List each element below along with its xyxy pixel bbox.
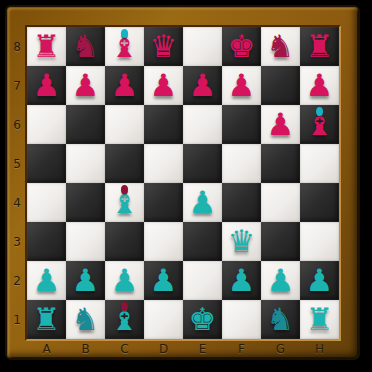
square-e4[interactable]: ♟ xyxy=(183,183,222,222)
file-label-d: D xyxy=(144,340,183,357)
square-a1[interactable]: ♜ xyxy=(27,300,66,339)
square-f2[interactable]: ♟ xyxy=(222,261,261,300)
piece-pink-king[interactable]: ♚ xyxy=(222,27,261,66)
square-e3[interactable] xyxy=(183,222,222,261)
file-labels: ABCDEFGH xyxy=(27,340,339,357)
square-d2[interactable]: ♟ xyxy=(144,261,183,300)
piece-pink-pawn[interactable]: ♟ xyxy=(300,66,339,105)
file-label-a: A xyxy=(27,340,66,357)
piece-cyan-pawn[interactable]: ♟ xyxy=(105,261,144,300)
square-b2[interactable]: ♟ xyxy=(66,261,105,300)
piece-pink-rook[interactable]: ♜ xyxy=(300,27,339,66)
bishop-finial-icon xyxy=(121,185,128,194)
piece-pink-pawn[interactable]: ♟ xyxy=(222,66,261,105)
square-f6[interactable] xyxy=(222,105,261,144)
square-c8[interactable]: ♝ xyxy=(105,27,144,66)
square-h3[interactable] xyxy=(300,222,339,261)
file-label-g: G xyxy=(261,340,300,357)
square-h5[interactable] xyxy=(300,144,339,183)
square-e8[interactable] xyxy=(183,27,222,66)
square-e7[interactable]: ♟ xyxy=(183,66,222,105)
square-g8[interactable]: ♞ xyxy=(261,27,300,66)
piece-cyan-pawn[interactable]: ♟ xyxy=(66,261,105,300)
square-h8[interactable]: ♜ xyxy=(300,27,339,66)
rank-label-3: 3 xyxy=(8,222,26,261)
square-g3[interactable] xyxy=(261,222,300,261)
piece-cyan-pawn[interactable]: ♟ xyxy=(27,261,66,300)
square-c1[interactable]: ♝ xyxy=(105,300,144,339)
square-c4[interactable]: ♝ xyxy=(105,183,144,222)
piece-pink-bishop[interactable]: ♝ xyxy=(105,27,144,66)
rank-labels: 87654321 xyxy=(8,27,26,339)
rank-label-8: 8 xyxy=(8,27,26,66)
bishop-finial-icon xyxy=(316,107,323,116)
square-h4[interactable] xyxy=(300,183,339,222)
square-d5[interactable] xyxy=(144,144,183,183)
square-d4[interactable] xyxy=(144,183,183,222)
board: ♜♞♝♛♚♞♜♟♟♟♟♟♟♟♟♝♝♟♛♟♟♟♟♟♟♟♜♞♝♚♞♜ xyxy=(27,27,339,339)
square-g4[interactable] xyxy=(261,183,300,222)
square-f5[interactable] xyxy=(222,144,261,183)
square-f8[interactable]: ♚ xyxy=(222,27,261,66)
square-e1[interactable]: ♚ xyxy=(183,300,222,339)
bishop-finial-icon xyxy=(121,302,128,311)
piece-cyan-bishop[interactable]: ♝ xyxy=(105,300,144,339)
piece-pink-rook[interactable]: ♜ xyxy=(27,27,66,66)
square-f7[interactable]: ♟ xyxy=(222,66,261,105)
square-a8[interactable]: ♜ xyxy=(27,27,66,66)
square-c7[interactable]: ♟ xyxy=(105,66,144,105)
piece-cyan-knight[interactable]: ♞ xyxy=(66,300,105,339)
piece-pink-pawn[interactable]: ♟ xyxy=(261,105,300,144)
square-h6[interactable]: ♝ xyxy=(300,105,339,144)
square-e5[interactable] xyxy=(183,144,222,183)
piece-pink-queen[interactable]: ♛ xyxy=(144,27,183,66)
square-b4[interactable] xyxy=(66,183,105,222)
square-a4[interactable] xyxy=(27,183,66,222)
square-b7[interactable]: ♟ xyxy=(66,66,105,105)
square-f3[interactable]: ♛ xyxy=(222,222,261,261)
file-label-f: F xyxy=(222,340,261,357)
piece-cyan-knight[interactable]: ♞ xyxy=(261,300,300,339)
piece-pink-pawn[interactable]: ♟ xyxy=(105,66,144,105)
piece-cyan-pawn[interactable]: ♟ xyxy=(144,261,183,300)
piece-cyan-pawn[interactable]: ♟ xyxy=(261,261,300,300)
square-b8[interactable]: ♞ xyxy=(66,27,105,66)
file-label-b: B xyxy=(66,340,105,357)
square-d7[interactable]: ♟ xyxy=(144,66,183,105)
square-c5[interactable] xyxy=(105,144,144,183)
square-a2[interactable]: ♟ xyxy=(27,261,66,300)
square-g1[interactable]: ♞ xyxy=(261,300,300,339)
rank-label-5: 5 xyxy=(8,144,26,183)
rank-label-2: 2 xyxy=(8,261,26,300)
square-f4[interactable] xyxy=(222,183,261,222)
square-b6[interactable] xyxy=(66,105,105,144)
square-e2[interactable] xyxy=(183,261,222,300)
piece-pink-pawn[interactable]: ♟ xyxy=(66,66,105,105)
square-g5[interactable] xyxy=(261,144,300,183)
square-a5[interactable] xyxy=(27,144,66,183)
square-c3[interactable] xyxy=(105,222,144,261)
piece-pink-knight[interactable]: ♞ xyxy=(261,27,300,66)
square-a3[interactable] xyxy=(27,222,66,261)
square-a6[interactable] xyxy=(27,105,66,144)
piece-pink-bishop[interactable]: ♝ xyxy=(300,105,339,144)
square-h2[interactable]: ♟ xyxy=(300,261,339,300)
square-e6[interactable] xyxy=(183,105,222,144)
square-b3[interactable] xyxy=(66,222,105,261)
piece-cyan-bishop[interactable]: ♝ xyxy=(105,183,144,222)
square-b5[interactable] xyxy=(66,144,105,183)
piece-pink-pawn[interactable]: ♟ xyxy=(27,66,66,105)
piece-cyan-pawn[interactable]: ♟ xyxy=(183,183,222,222)
square-d1[interactable] xyxy=(144,300,183,339)
rank-label-6: 6 xyxy=(8,105,26,144)
file-label-e: E xyxy=(183,340,222,357)
piece-cyan-queen[interactable]: ♛ xyxy=(222,222,261,261)
square-g6[interactable]: ♟ xyxy=(261,105,300,144)
chess-app: 87654321 ♜♞♝♛♚♞♜♟♟♟♟♟♟♟♟♝♝♟♛♟♟♟♟♟♟♟♜♞♝♚♞… xyxy=(0,0,372,372)
rank-label-7: 7 xyxy=(8,66,26,105)
square-h7[interactable]: ♟ xyxy=(300,66,339,105)
square-d3[interactable] xyxy=(144,222,183,261)
piece-pink-pawn[interactable]: ♟ xyxy=(183,66,222,105)
square-d6[interactable] xyxy=(144,105,183,144)
piece-pink-pawn[interactable]: ♟ xyxy=(144,66,183,105)
bishop-finial-icon xyxy=(121,29,128,38)
square-d8[interactable]: ♛ xyxy=(144,27,183,66)
square-f1[interactable] xyxy=(222,300,261,339)
piece-cyan-rook[interactable]: ♜ xyxy=(300,300,339,339)
rank-label-1: 1 xyxy=(8,300,26,339)
piece-cyan-king[interactable]: ♚ xyxy=(183,300,222,339)
square-g7[interactable] xyxy=(261,66,300,105)
piece-cyan-pawn[interactable]: ♟ xyxy=(222,261,261,300)
piece-pink-knight[interactable]: ♞ xyxy=(66,27,105,66)
file-label-c: C xyxy=(105,340,144,357)
square-g2[interactable]: ♟ xyxy=(261,261,300,300)
square-h1[interactable]: ♜ xyxy=(300,300,339,339)
rank-label-4: 4 xyxy=(8,183,26,222)
square-a7[interactable]: ♟ xyxy=(27,66,66,105)
piece-cyan-rook[interactable]: ♜ xyxy=(27,300,66,339)
square-b1[interactable]: ♞ xyxy=(66,300,105,339)
square-c2[interactable]: ♟ xyxy=(105,261,144,300)
piece-cyan-pawn[interactable]: ♟ xyxy=(300,261,339,300)
square-c6[interactable] xyxy=(105,105,144,144)
file-label-h: H xyxy=(300,340,339,357)
